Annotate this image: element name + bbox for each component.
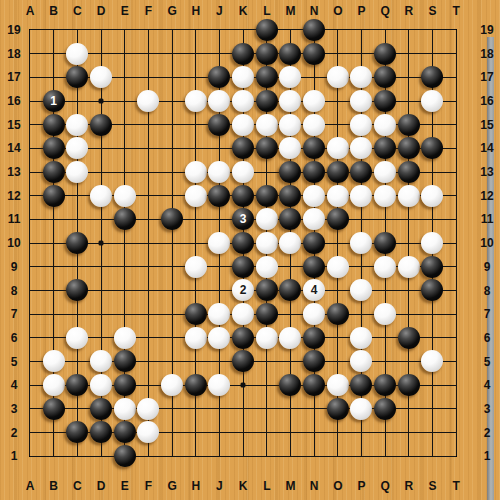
intersection-P8[interactable] (350, 279, 374, 303)
intersection-H19[interactable] (184, 18, 208, 42)
intersection-O11[interactable] (326, 208, 350, 232)
stone-black-C17[interactable] (66, 66, 88, 88)
intersection-D4[interactable] (89, 373, 113, 397)
intersection-L15[interactable] (255, 113, 279, 137)
intersection-N9[interactable] (302, 255, 326, 279)
intersection-L19[interactable] (255, 18, 279, 42)
stone-white-M17[interactable] (279, 66, 301, 88)
intersection-B12[interactable] (42, 184, 66, 208)
stone-black-J17[interactable] (208, 66, 230, 88)
stone-white-S16[interactable] (421, 90, 443, 112)
stone-black-D3[interactable] (90, 398, 112, 420)
intersection-F1[interactable] (137, 444, 161, 468)
intersection-J7[interactable] (208, 302, 232, 326)
intersection-L13[interactable] (255, 160, 279, 184)
intersection-B11[interactable] (42, 208, 66, 232)
stone-black-B13[interactable] (43, 161, 65, 183)
intersection-B15[interactable] (42, 113, 66, 137)
intersection-G18[interactable] (160, 42, 184, 66)
intersection-R10[interactable] (397, 231, 421, 255)
intersection-T9[interactable] (444, 255, 468, 279)
stone-white-P3[interactable] (350, 398, 372, 420)
intersection-T1[interactable] (444, 444, 468, 468)
stone-white-S5[interactable] (421, 350, 443, 372)
stone-white-D5[interactable] (90, 350, 112, 372)
intersection-M13[interactable] (279, 160, 303, 184)
intersection-G19[interactable] (160, 18, 184, 42)
intersection-J18[interactable] (208, 42, 232, 66)
intersection-B9[interactable] (42, 255, 66, 279)
stone-white-N8[interactable]: 4 (303, 279, 325, 301)
stone-black-P13[interactable] (350, 161, 372, 183)
stone-white-M10[interactable] (279, 232, 301, 254)
stone-black-B16[interactable]: 1 (43, 90, 65, 112)
intersection-N4[interactable] (302, 373, 326, 397)
stone-white-L10[interactable] (256, 232, 278, 254)
stone-black-G11[interactable] (161, 208, 183, 230)
intersection-E15[interactable] (113, 113, 137, 137)
intersection-D15[interactable] (89, 113, 113, 137)
stone-black-S17[interactable] (421, 66, 443, 88)
stone-black-H7[interactable] (185, 303, 207, 325)
intersection-O12[interactable] (326, 184, 350, 208)
intersection-B17[interactable] (42, 66, 66, 90)
stone-black-L14[interactable] (256, 137, 278, 159)
intersection-P13[interactable] (350, 160, 374, 184)
stone-black-K10[interactable] (232, 232, 254, 254)
intersection-O2[interactable] (326, 421, 350, 445)
intersection-A7[interactable] (18, 302, 42, 326)
stone-black-L16[interactable] (256, 90, 278, 112)
intersection-Q8[interactable] (373, 279, 397, 303)
intersection-L5[interactable] (255, 350, 279, 374)
stone-white-P12[interactable] (350, 185, 372, 207)
intersection-Q4[interactable] (373, 373, 397, 397)
stone-white-K8[interactable]: 2 (232, 279, 254, 301)
stone-black-N13[interactable] (303, 161, 325, 183)
intersection-B7[interactable] (42, 302, 66, 326)
intersection-D11[interactable] (89, 208, 113, 232)
intersection-S14[interactable] (421, 137, 445, 161)
stone-black-M12[interactable] (279, 185, 301, 207)
intersection-A5[interactable] (18, 350, 42, 374)
intersection-S1[interactable] (421, 444, 445, 468)
intersection-K10[interactable] (231, 231, 255, 255)
intersection-D14[interactable] (89, 137, 113, 161)
intersection-D13[interactable] (89, 160, 113, 184)
intersection-R2[interactable] (397, 421, 421, 445)
intersection-M1[interactable] (279, 444, 303, 468)
stone-black-L12[interactable] (256, 185, 278, 207)
intersection-A10[interactable] (18, 231, 42, 255)
intersection-Q13[interactable] (373, 160, 397, 184)
intersection-S13[interactable] (421, 160, 445, 184)
stone-black-Q17[interactable] (374, 66, 396, 88)
stone-black-S8[interactable] (421, 279, 443, 301)
intersection-J5[interactable] (208, 350, 232, 374)
stone-white-N11[interactable] (303, 208, 325, 230)
intersection-L10[interactable] (255, 231, 279, 255)
intersection-H3[interactable] (184, 397, 208, 421)
intersection-B8[interactable] (42, 279, 66, 303)
intersection-E18[interactable] (113, 42, 137, 66)
intersection-P7[interactable] (350, 302, 374, 326)
intersection-J3[interactable] (208, 397, 232, 421)
stone-black-N10[interactable] (303, 232, 325, 254)
intersection-K9[interactable] (231, 255, 255, 279)
intersection-P9[interactable] (350, 255, 374, 279)
intersection-T17[interactable] (444, 66, 468, 90)
intersection-O14[interactable] (326, 137, 350, 161)
intersection-C18[interactable] (66, 42, 90, 66)
stone-white-H6[interactable] (185, 327, 207, 349)
intersection-L12[interactable] (255, 184, 279, 208)
intersection-G10[interactable] (160, 231, 184, 255)
intersection-K6[interactable] (231, 326, 255, 350)
intersection-D10[interactable] (89, 231, 113, 255)
stone-white-N12[interactable] (303, 185, 325, 207)
intersection-G4[interactable] (160, 373, 184, 397)
intersection-S9[interactable] (421, 255, 445, 279)
intersection-A1[interactable] (18, 444, 42, 468)
stone-black-M4[interactable] (279, 374, 301, 396)
stone-white-J10[interactable] (208, 232, 230, 254)
intersection-P10[interactable] (350, 231, 374, 255)
stone-black-O7[interactable] (327, 303, 349, 325)
intersection-L2[interactable] (255, 421, 279, 445)
intersection-N6[interactable] (302, 326, 326, 350)
stone-white-L6[interactable] (256, 327, 278, 349)
intersection-F14[interactable] (137, 137, 161, 161)
stone-white-M6[interactable] (279, 327, 301, 349)
intersection-T13[interactable] (444, 160, 468, 184)
intersection-M14[interactable] (279, 137, 303, 161)
intersection-D7[interactable] (89, 302, 113, 326)
intersection-K7[interactable] (231, 302, 255, 326)
intersection-S12[interactable] (421, 184, 445, 208)
intersection-H8[interactable] (184, 279, 208, 303)
intersection-R17[interactable] (397, 66, 421, 90)
stone-black-D2[interactable] (90, 421, 112, 443)
intersection-N2[interactable] (302, 421, 326, 445)
intersection-H2[interactable] (184, 421, 208, 445)
intersection-F11[interactable] (137, 208, 161, 232)
intersection-O5[interactable] (326, 350, 350, 374)
stone-black-Q16[interactable] (374, 90, 396, 112)
intersection-E14[interactable] (113, 137, 137, 161)
stone-white-K17[interactable] (232, 66, 254, 88)
stone-white-C13[interactable] (66, 161, 88, 183)
intersection-M16[interactable] (279, 89, 303, 113)
intersection-T3[interactable] (444, 397, 468, 421)
stone-white-C18[interactable] (66, 43, 88, 65)
intersection-R19[interactable] (397, 18, 421, 42)
stone-white-Q13[interactable] (374, 161, 396, 183)
stone-white-H9[interactable] (185, 256, 207, 278)
intersection-H12[interactable] (184, 184, 208, 208)
intersection-J4[interactable] (208, 373, 232, 397)
stone-black-E4[interactable] (114, 374, 136, 396)
stone-white-K15[interactable] (232, 114, 254, 136)
intersection-M11[interactable] (279, 208, 303, 232)
intersection-G9[interactable] (160, 255, 184, 279)
stone-white-F2[interactable] (137, 421, 159, 443)
intersection-N18[interactable] (302, 42, 326, 66)
intersection-Q11[interactable] (373, 208, 397, 232)
intersection-T6[interactable] (444, 326, 468, 350)
stone-black-N9[interactable] (303, 256, 325, 278)
stone-white-K7[interactable] (232, 303, 254, 325)
intersection-C5[interactable] (66, 350, 90, 374)
intersection-S19[interactable] (421, 18, 445, 42)
intersection-C9[interactable] (66, 255, 90, 279)
stone-black-N19[interactable] (303, 19, 325, 41)
intersection-M18[interactable] (279, 42, 303, 66)
intersection-S5[interactable] (421, 350, 445, 374)
stone-white-D4[interactable] (90, 374, 112, 396)
intersection-H14[interactable] (184, 137, 208, 161)
intersection-K3[interactable] (231, 397, 255, 421)
intersection-J6[interactable] (208, 326, 232, 350)
intersection-O9[interactable] (326, 255, 350, 279)
intersection-A19[interactable] (18, 18, 42, 42)
intersection-N3[interactable] (302, 397, 326, 421)
intersection-H6[interactable] (184, 326, 208, 350)
intersection-K13[interactable] (231, 160, 255, 184)
intersection-M15[interactable] (279, 113, 303, 137)
intersection-C4[interactable] (66, 373, 90, 397)
intersection-E9[interactable] (113, 255, 137, 279)
stone-black-K6[interactable] (232, 327, 254, 349)
intersection-T8[interactable] (444, 279, 468, 303)
intersection-J1[interactable] (208, 444, 232, 468)
stone-black-R4[interactable] (398, 374, 420, 396)
stone-black-P4[interactable] (350, 374, 372, 396)
intersection-P3[interactable] (350, 397, 374, 421)
intersection-B14[interactable] (42, 137, 66, 161)
intersection-F19[interactable] (137, 18, 161, 42)
intersection-R4[interactable] (397, 373, 421, 397)
intersection-F18[interactable] (137, 42, 161, 66)
intersection-D6[interactable] (89, 326, 113, 350)
stone-black-B12[interactable] (43, 185, 65, 207)
intersection-Q7[interactable] (373, 302, 397, 326)
intersection-F6[interactable] (137, 326, 161, 350)
intersection-B3[interactable] (42, 397, 66, 421)
stone-white-H13[interactable] (185, 161, 207, 183)
intersection-B16[interactable]: 1 (42, 89, 66, 113)
intersection-D1[interactable] (89, 444, 113, 468)
intersection-A12[interactable] (18, 184, 42, 208)
intersection-H7[interactable] (184, 302, 208, 326)
intersection-D18[interactable] (89, 42, 113, 66)
stone-black-C4[interactable] (66, 374, 88, 396)
intersection-E16[interactable] (113, 89, 137, 113)
intersection-M2[interactable] (279, 421, 303, 445)
intersection-M10[interactable] (279, 231, 303, 255)
intersection-F13[interactable] (137, 160, 161, 184)
intersection-M5[interactable] (279, 350, 303, 374)
stone-white-N16[interactable] (303, 90, 325, 112)
intersection-D9[interactable] (89, 255, 113, 279)
intersection-F16[interactable] (137, 89, 161, 113)
stone-black-N6[interactable] (303, 327, 325, 349)
intersection-A14[interactable] (18, 137, 42, 161)
intersection-Q5[interactable] (373, 350, 397, 374)
intersection-C8[interactable] (66, 279, 90, 303)
stone-white-J13[interactable] (208, 161, 230, 183)
intersection-A9[interactable] (18, 255, 42, 279)
intersection-D3[interactable] (89, 397, 113, 421)
intersection-L16[interactable] (255, 89, 279, 113)
intersection-E10[interactable] (113, 231, 137, 255)
intersection-R12[interactable] (397, 184, 421, 208)
stone-black-M11[interactable] (279, 208, 301, 230)
stone-white-Q9[interactable] (374, 256, 396, 278)
stone-white-M14[interactable] (279, 137, 301, 159)
intersection-S3[interactable] (421, 397, 445, 421)
intersection-F7[interactable] (137, 302, 161, 326)
intersection-T14[interactable] (444, 137, 468, 161)
intersection-Q2[interactable] (373, 421, 397, 445)
stone-white-E6[interactable] (114, 327, 136, 349)
stone-white-S10[interactable] (421, 232, 443, 254)
intersection-F17[interactable] (137, 66, 161, 90)
stone-white-F16[interactable] (137, 90, 159, 112)
stone-white-N7[interactable] (303, 303, 325, 325)
intersection-H5[interactable] (184, 350, 208, 374)
intersection-O4[interactable] (326, 373, 350, 397)
stone-white-P14[interactable] (350, 137, 372, 159)
intersection-Q17[interactable] (373, 66, 397, 90)
stone-white-L15[interactable] (256, 114, 278, 136)
intersection-O10[interactable] (326, 231, 350, 255)
stone-white-D17[interactable] (90, 66, 112, 88)
intersection-C3[interactable] (66, 397, 90, 421)
stone-black-K5[interactable] (232, 350, 254, 372)
intersection-C17[interactable] (66, 66, 90, 90)
intersection-R13[interactable] (397, 160, 421, 184)
intersection-C10[interactable] (66, 231, 90, 255)
intersection-G14[interactable] (160, 137, 184, 161)
stone-black-R6[interactable] (398, 327, 420, 349)
intersection-K4[interactable] (231, 373, 255, 397)
intersection-D17[interactable] (89, 66, 113, 90)
intersection-J13[interactable] (208, 160, 232, 184)
intersection-G16[interactable] (160, 89, 184, 113)
stone-white-E12[interactable] (114, 185, 136, 207)
intersection-M9[interactable] (279, 255, 303, 279)
intersection-H1[interactable] (184, 444, 208, 468)
stone-white-Q12[interactable] (374, 185, 396, 207)
intersection-T4[interactable] (444, 373, 468, 397)
intersection-N10[interactable] (302, 231, 326, 255)
intersection-L4[interactable] (255, 373, 279, 397)
intersection-Q6[interactable] (373, 326, 397, 350)
stone-white-F3[interactable] (137, 398, 159, 420)
intersection-Q19[interactable] (373, 18, 397, 42)
intersection-K11[interactable]: 3 (231, 208, 255, 232)
intersection-G2[interactable] (160, 421, 184, 445)
stone-white-O12[interactable] (327, 185, 349, 207)
stone-black-L7[interactable] (256, 303, 278, 325)
stone-white-H12[interactable] (185, 185, 207, 207)
intersection-O17[interactable] (326, 66, 350, 90)
intersection-K5[interactable] (231, 350, 255, 374)
intersection-Q3[interactable] (373, 397, 397, 421)
intersection-T7[interactable] (444, 302, 468, 326)
intersection-M3[interactable] (279, 397, 303, 421)
stone-white-K16[interactable] (232, 90, 254, 112)
stone-black-Q10[interactable] (374, 232, 396, 254)
stone-black-L17[interactable] (256, 66, 278, 88)
intersection-R16[interactable] (397, 89, 421, 113)
intersection-S15[interactable] (421, 113, 445, 137)
stone-black-S9[interactable] (421, 256, 443, 278)
intersection-J17[interactable] (208, 66, 232, 90)
stone-black-Q18[interactable] (374, 43, 396, 65)
stone-black-K9[interactable] (232, 256, 254, 278)
intersection-M4[interactable] (279, 373, 303, 397)
intersection-G15[interactable] (160, 113, 184, 137)
intersection-K1[interactable] (231, 444, 255, 468)
stone-white-O9[interactable] (327, 256, 349, 278)
intersection-R7[interactable] (397, 302, 421, 326)
intersection-J14[interactable] (208, 137, 232, 161)
intersection-R6[interactable] (397, 326, 421, 350)
stone-white-B5[interactable] (43, 350, 65, 372)
intersection-A13[interactable] (18, 160, 42, 184)
intersection-J11[interactable] (208, 208, 232, 232)
intersection-K16[interactable] (231, 89, 255, 113)
intersection-G13[interactable] (160, 160, 184, 184)
stone-white-H16[interactable] (185, 90, 207, 112)
intersection-T5[interactable] (444, 350, 468, 374)
intersection-O13[interactable] (326, 160, 350, 184)
stone-white-S12[interactable] (421, 185, 443, 207)
intersection-R8[interactable] (397, 279, 421, 303)
intersection-H13[interactable] (184, 160, 208, 184)
stone-white-P5[interactable] (350, 350, 372, 372)
intersection-H16[interactable] (184, 89, 208, 113)
stone-black-K11[interactable]: 3 (232, 208, 254, 230)
stone-white-D12[interactable] (90, 185, 112, 207)
stone-white-N15[interactable] (303, 114, 325, 136)
intersection-C13[interactable] (66, 160, 90, 184)
intersection-E5[interactable] (113, 350, 137, 374)
intersection-M17[interactable] (279, 66, 303, 90)
intersection-E2[interactable] (113, 421, 137, 445)
stone-white-R9[interactable] (398, 256, 420, 278)
intersection-G12[interactable] (160, 184, 184, 208)
intersection-N15[interactable] (302, 113, 326, 137)
intersection-E17[interactable] (113, 66, 137, 90)
intersection-L17[interactable] (255, 66, 279, 90)
stone-black-K18[interactable] (232, 43, 254, 65)
intersection-J12[interactable] (208, 184, 232, 208)
intersection-S10[interactable] (421, 231, 445, 255)
stone-white-C15[interactable] (66, 114, 88, 136)
intersection-S16[interactable] (421, 89, 445, 113)
intersection-M8[interactable] (279, 279, 303, 303)
intersection-F5[interactable] (137, 350, 161, 374)
stone-black-E2[interactable] (114, 421, 136, 443)
intersection-F8[interactable] (137, 279, 161, 303)
intersection-T10[interactable] (444, 231, 468, 255)
intersection-O1[interactable] (326, 444, 350, 468)
stone-black-Q4[interactable] (374, 374, 396, 396)
intersection-O18[interactable] (326, 42, 350, 66)
